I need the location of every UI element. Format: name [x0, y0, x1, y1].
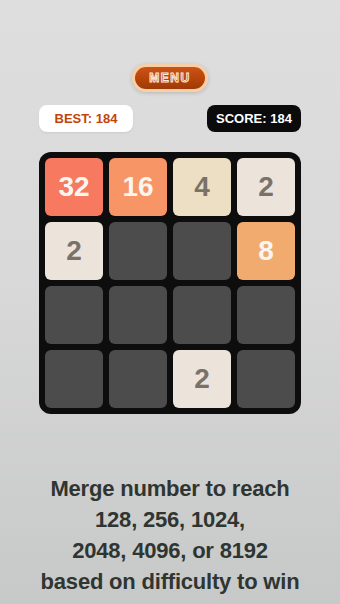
instructions-line-1: Merge number to reach: [0, 473, 340, 504]
tile-4: 4: [173, 158, 231, 216]
current-score-label: SCORE: 184: [216, 111, 292, 126]
empty-cell: [173, 222, 231, 280]
instructions-line-3: 2048, 4096, or 8192: [0, 535, 340, 566]
menu-button[interactable]: MENU: [132, 64, 208, 92]
menu-button-label: MENU: [149, 71, 190, 85]
tile-2: 2: [45, 222, 103, 280]
empty-cell: [45, 350, 103, 408]
empty-cell: [109, 350, 167, 408]
game-board[interactable]: 321642282: [39, 152, 301, 414]
instructions-text: Merge number to reach 128, 256, 1024, 20…: [0, 473, 340, 597]
empty-cell: [109, 286, 167, 344]
tile-2: 2: [237, 158, 295, 216]
empty-cell: [237, 286, 295, 344]
empty-cell: [45, 286, 103, 344]
best-score-label: BEST: 184: [55, 111, 118, 126]
tile-16: 16: [109, 158, 167, 216]
current-score-badge: SCORE: 184: [207, 105, 301, 132]
tile-2: 2: [173, 350, 231, 408]
instructions-line-2: 128, 256, 1024,: [0, 504, 340, 535]
tile-8: 8: [237, 222, 295, 280]
empty-cell: [237, 350, 295, 408]
app-screen: MENU BEST: 184 SCORE: 184 321642282 Merg…: [0, 0, 340, 604]
empty-cell: [109, 222, 167, 280]
empty-cell: [173, 286, 231, 344]
tile-32: 32: [45, 158, 103, 216]
best-score-badge: BEST: 184: [39, 105, 133, 132]
instructions-line-4: based on difficulty to win: [0, 566, 340, 597]
